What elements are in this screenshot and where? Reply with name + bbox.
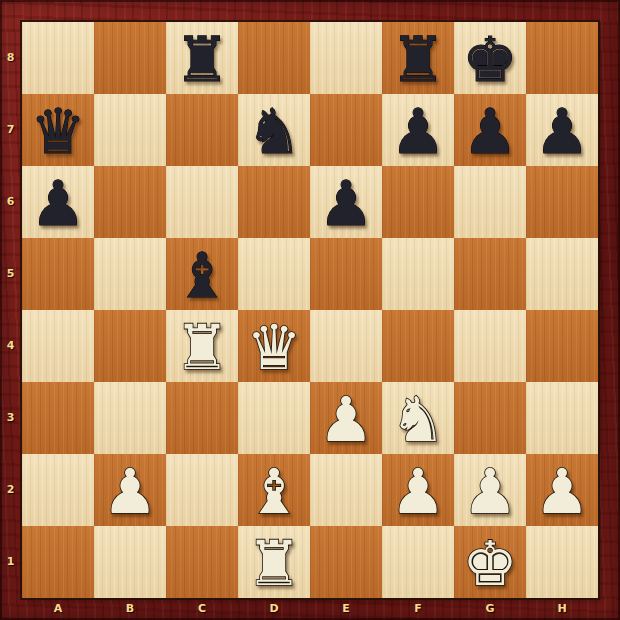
piece-black-king-g8[interactable]: ♚	[454, 22, 526, 94]
square-e4[interactable]	[310, 310, 382, 382]
square-e8[interactable]	[310, 22, 382, 94]
square-f3[interactable]: ♞	[382, 382, 454, 454]
square-d8[interactable]	[238, 22, 310, 94]
square-f7[interactable]: ♟	[382, 94, 454, 166]
square-a6[interactable]: ♟	[22, 166, 94, 238]
square-b1[interactable]	[94, 526, 166, 598]
square-g4[interactable]	[454, 310, 526, 382]
square-b7[interactable]	[94, 94, 166, 166]
file-label-b: B	[94, 597, 166, 620]
piece-white-bishop-d2[interactable]: ♝	[238, 454, 310, 526]
piece-black-pawn-g7[interactable]: ♟	[454, 94, 526, 166]
square-b6[interactable]	[94, 166, 166, 238]
square-f6[interactable]	[382, 166, 454, 238]
square-c5[interactable]: ♝	[166, 238, 238, 310]
square-f1[interactable]	[382, 526, 454, 598]
square-g2[interactable]: ♟	[454, 454, 526, 526]
square-d4[interactable]: ♛	[238, 310, 310, 382]
rank-label-6: 6	[0, 166, 21, 238]
square-e2[interactable]	[310, 454, 382, 526]
square-a5[interactable]	[22, 238, 94, 310]
rank-label-2: 2	[0, 454, 21, 526]
square-g1[interactable]: ♚	[454, 526, 526, 598]
square-h5[interactable]	[526, 238, 598, 310]
rank-label-1: 1	[0, 526, 21, 598]
square-f2[interactable]: ♟	[382, 454, 454, 526]
square-a2[interactable]	[22, 454, 94, 526]
file-label-f: F	[382, 597, 454, 620]
square-e7[interactable]	[310, 94, 382, 166]
square-h7[interactable]: ♟	[526, 94, 598, 166]
piece-white-queen-d4[interactable]: ♛	[238, 310, 310, 382]
square-g8[interactable]: ♚	[454, 22, 526, 94]
file-label-a: A	[22, 597, 94, 620]
rank-label-7: 7	[0, 94, 21, 166]
square-g3[interactable]	[454, 382, 526, 454]
square-c6[interactable]	[166, 166, 238, 238]
chessboard: ♜♜♚♛♞♟♟♟♟♟♝♜♛♟♞♟♝♟♟♟♜♚	[22, 22, 598, 598]
rank-label-8: 8	[0, 22, 21, 94]
square-b4[interactable]	[94, 310, 166, 382]
square-d3[interactable]	[238, 382, 310, 454]
square-a8[interactable]	[22, 22, 94, 94]
square-h2[interactable]: ♟	[526, 454, 598, 526]
square-d1[interactable]: ♜	[238, 526, 310, 598]
board-frame: ♜♜♚♛♞♟♟♟♟♟♝♜♛♟♞♟♝♟♟♟♜♚ 87654321ABCDEFGH	[0, 0, 620, 620]
square-h8[interactable]	[526, 22, 598, 94]
square-d6[interactable]	[238, 166, 310, 238]
rank-label-4: 4	[0, 310, 21, 382]
square-b5[interactable]	[94, 238, 166, 310]
file-label-g: G	[454, 597, 526, 620]
piece-white-pawn-h2[interactable]: ♟	[526, 454, 598, 526]
piece-black-pawn-a6[interactable]: ♟	[22, 166, 94, 238]
square-b2[interactable]: ♟	[94, 454, 166, 526]
piece-white-pawn-e3[interactable]: ♟	[310, 382, 382, 454]
square-h4[interactable]	[526, 310, 598, 382]
file-label-h: H	[526, 597, 598, 620]
piece-white-rook-c4[interactable]: ♜	[166, 310, 238, 382]
piece-white-knight-f3[interactable]: ♞	[382, 382, 454, 454]
square-e5[interactable]	[310, 238, 382, 310]
square-e3[interactable]: ♟	[310, 382, 382, 454]
piece-white-rook-d1[interactable]: ♜	[238, 526, 310, 598]
piece-white-pawn-f2[interactable]: ♟	[382, 454, 454, 526]
square-a7[interactable]: ♛	[22, 94, 94, 166]
square-c1[interactable]	[166, 526, 238, 598]
square-b8[interactable]	[94, 22, 166, 94]
square-f8[interactable]: ♜	[382, 22, 454, 94]
piece-black-rook-c8[interactable]: ♜	[166, 22, 238, 94]
square-c4[interactable]: ♜	[166, 310, 238, 382]
square-a1[interactable]	[22, 526, 94, 598]
square-d7[interactable]: ♞	[238, 94, 310, 166]
square-f5[interactable]	[382, 238, 454, 310]
piece-black-knight-d7[interactable]: ♞	[238, 94, 310, 166]
piece-white-pawn-b2[interactable]: ♟	[94, 454, 166, 526]
file-label-c: C	[166, 597, 238, 620]
square-h3[interactable]	[526, 382, 598, 454]
square-g6[interactable]	[454, 166, 526, 238]
square-d5[interactable]	[238, 238, 310, 310]
piece-white-pawn-g2[interactable]: ♟	[454, 454, 526, 526]
square-f4[interactable]	[382, 310, 454, 382]
rank-label-5: 5	[0, 238, 21, 310]
piece-black-queen-a7[interactable]: ♛	[22, 94, 94, 166]
square-a4[interactable]	[22, 310, 94, 382]
piece-black-rook-f8[interactable]: ♜	[382, 22, 454, 94]
square-h6[interactable]	[526, 166, 598, 238]
square-c8[interactable]: ♜	[166, 22, 238, 94]
piece-black-pawn-e6[interactable]: ♟	[310, 166, 382, 238]
piece-white-king-g1[interactable]: ♚	[454, 526, 526, 598]
file-label-e: E	[310, 597, 382, 620]
piece-black-pawn-h7[interactable]: ♟	[526, 94, 598, 166]
square-c2[interactable]	[166, 454, 238, 526]
square-h1[interactable]	[526, 526, 598, 598]
piece-black-bishop-c5[interactable]: ♝	[166, 238, 238, 310]
square-b3[interactable]	[94, 382, 166, 454]
square-c7[interactable]	[166, 94, 238, 166]
square-a3[interactable]	[22, 382, 94, 454]
square-g7[interactable]: ♟	[454, 94, 526, 166]
rank-label-3: 3	[0, 382, 21, 454]
square-c3[interactable]	[166, 382, 238, 454]
file-label-d: D	[238, 597, 310, 620]
square-e1[interactable]	[310, 526, 382, 598]
piece-black-pawn-f7[interactable]: ♟	[382, 94, 454, 166]
square-g5[interactable]	[454, 238, 526, 310]
square-d2[interactable]: ♝	[238, 454, 310, 526]
square-e6[interactable]: ♟	[310, 166, 382, 238]
